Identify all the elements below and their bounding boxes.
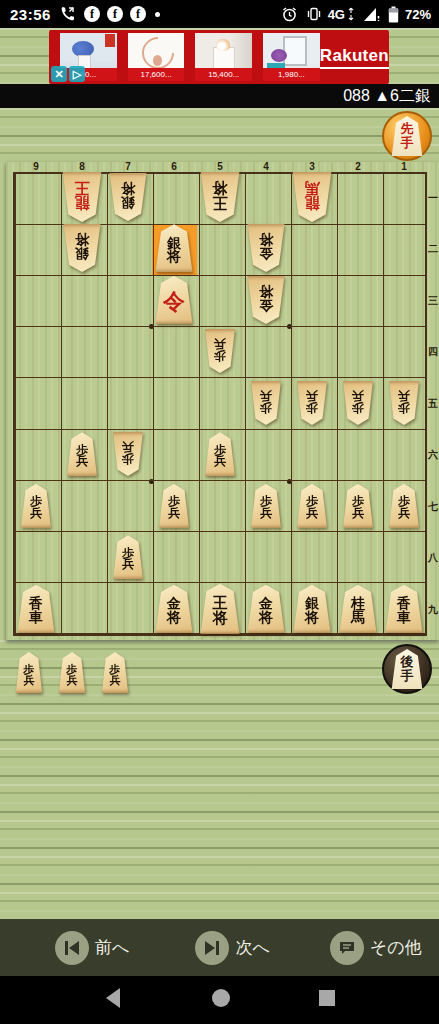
sente-king[interactable]: 王将	[198, 584, 242, 634]
comment-icon	[330, 931, 364, 965]
sente-silver[interactable]: 銀将	[291, 585, 333, 633]
shogi-board[interactable]: 987654321 一二三四五六七八九 龍王銀将王将龍馬銀将銀将金将令金将歩兵歩…	[6, 162, 439, 640]
gote-badge-char2: 手	[401, 669, 414, 683]
rank-label-1: 一	[428, 172, 438, 223]
koma-char: 兵	[110, 675, 121, 686]
koma-char: 香	[29, 597, 43, 611]
ad-ribbon	[105, 34, 115, 47]
home-button[interactable]	[210, 987, 232, 1013]
koma-char: 歩	[67, 664, 78, 675]
koma-char: 龍	[305, 195, 320, 210]
prev-move-button[interactable]: 前へ	[55, 931, 129, 965]
koma-char: 兵	[260, 508, 272, 520]
koma-char: 王	[213, 596, 228, 611]
sente-badge-char1: 先	[401, 122, 414, 136]
file-label-2: 2	[335, 161, 381, 172]
ad-cat	[216, 39, 230, 51]
rank-label-7: 七	[428, 481, 438, 532]
koma-char: 金	[259, 597, 273, 611]
rank-label-6: 六	[428, 430, 438, 481]
koma-char: 将	[259, 284, 273, 298]
sente-promoted-knight-promoted[interactable]: 令	[153, 276, 195, 324]
gote-badge-koma: 後 手	[390, 649, 424, 689]
gote-pawn[interactable]: 歩兵	[341, 381, 375, 425]
sente-gold[interactable]: 金将	[153, 585, 195, 633]
koma-char: 将	[213, 180, 228, 195]
ad-price: 1,980...	[263, 68, 320, 81]
file-label-1: 1	[381, 161, 427, 172]
koma-char: 兵	[122, 559, 134, 571]
network-arrows-icon	[347, 7, 355, 21]
file-label-7: 7	[105, 161, 151, 172]
gote-dragon-promoted[interactable]: 龍王	[60, 172, 104, 222]
rank-label-8: 八	[428, 533, 438, 584]
sente-pawn[interactable]: 歩兵	[295, 484, 329, 528]
koma-char: 龍	[75, 195, 90, 210]
move-indicator-bar: 088 ▲6二銀	[0, 84, 439, 108]
ad-close-button[interactable]: ✕	[51, 66, 67, 82]
sente-pawn[interactable]: 歩兵	[157, 484, 191, 528]
gote-horse-promoted[interactable]: 龍馬	[290, 172, 334, 222]
gote-badge-char1: 後	[401, 655, 414, 669]
koma-char: 金	[259, 246, 273, 260]
koma-char: 王	[213, 195, 228, 210]
file-label-6: 6	[151, 161, 197, 172]
koma-char: 将	[75, 233, 89, 247]
gote-silver[interactable]: 銀将	[61, 224, 103, 272]
clock-text: 23:56	[10, 6, 51, 23]
prev-move-label: 前へ	[95, 936, 129, 959]
koma-char: 将	[259, 233, 273, 247]
gote-pawn[interactable]: 歩兵	[387, 381, 421, 425]
koma-char: 令	[163, 291, 185, 313]
ad-window	[283, 36, 307, 66]
koma-char: 将	[167, 611, 181, 625]
koma-char: 銀	[121, 195, 135, 209]
sente-badge-koma: 先 手	[390, 116, 424, 156]
vibrate-icon	[306, 6, 322, 22]
sente-badge-char2: 手	[401, 136, 414, 150]
koma-char: 馬	[351, 611, 365, 625]
file-label-9: 9	[13, 161, 59, 172]
sente-lance[interactable]: 香車	[383, 585, 425, 633]
ad-banner[interactable]: 90... 17,600... 15,400... 1,980... Rakut…	[49, 30, 389, 84]
signal-icon	[363, 7, 380, 22]
koma-char: 兵	[352, 389, 364, 401]
other-menu-label: その他	[370, 936, 422, 959]
back-button[interactable]	[102, 986, 126, 1014]
koma-char: 将	[121, 181, 135, 195]
sente-pawn[interactable]: 歩兵	[65, 432, 99, 476]
koma-char: 銀	[75, 246, 89, 260]
android-status-bar: 23:56 f f f 4G 72%	[0, 0, 439, 28]
koma-char: 王	[75, 180, 90, 195]
gote-king[interactable]: 王将	[198, 172, 242, 222]
koma-char: 兵	[352, 508, 364, 520]
koma-char: 将	[305, 611, 319, 625]
sente-pawn[interactable]: 歩兵	[57, 652, 87, 693]
koma-char: 歩	[24, 664, 35, 675]
gote-pawn[interactable]: 歩兵	[295, 381, 329, 425]
ad-product-tile[interactable]: 15,400...	[195, 33, 252, 81]
tatami-mid	[0, 108, 439, 162]
sente-badge: 先 手	[382, 111, 432, 161]
koma-char: 兵	[260, 389, 272, 401]
ad-pendant	[153, 55, 162, 66]
koma-char: 兵	[214, 456, 226, 468]
sente-pawn[interactable]: 歩兵	[203, 432, 237, 476]
koma-char: 兵	[398, 508, 410, 520]
facebook-icon: f	[107, 6, 123, 22]
battery-percent-text: 72%	[405, 7, 431, 22]
koma-char: 兵	[398, 389, 410, 401]
next-move-label: 次へ	[235, 936, 269, 959]
ad-price: 15,400...	[195, 68, 252, 81]
file-label-3: 3	[289, 161, 335, 172]
gote-pawn[interactable]: 歩兵	[111, 432, 145, 476]
gote-badge: 後 手	[382, 644, 432, 694]
koma-char: 兵	[24, 675, 35, 686]
other-menu-button[interactable]: その他	[330, 931, 422, 965]
rank-label-4: 四	[428, 327, 438, 378]
ad-product-tile[interactable]: 1,980...	[263, 33, 320, 81]
koma-char: 歩	[122, 452, 134, 464]
sente-pawn[interactable]: 歩兵	[111, 535, 145, 579]
android-nav-bar	[0, 976, 439, 1024]
phone-screen: 23:56 f f f 4G 72%	[0, 0, 439, 1024]
file-label-8: 8	[59, 161, 105, 172]
ad-product-tile[interactable]: 17,600...	[128, 33, 185, 81]
sente-pawn[interactable]: 歩兵	[19, 484, 53, 528]
next-move-button[interactable]: 次へ	[195, 931, 269, 965]
gote-gold[interactable]: 金将	[245, 224, 287, 272]
gote-gold[interactable]: 金将	[245, 276, 287, 324]
facebook-icon: f	[130, 6, 146, 22]
gote-pawn[interactable]: 歩兵	[249, 381, 283, 425]
gote-hand-tray[interactable]: 歩兵歩兵歩兵	[10, 650, 210, 696]
koma-char: 金	[167, 597, 181, 611]
ad-play-button[interactable]: ▷	[69, 66, 85, 82]
koma-char: 桂	[351, 597, 365, 611]
koma-char: 香	[397, 597, 411, 611]
network-type-text: 4G	[328, 7, 345, 22]
koma-char: 歩	[214, 349, 226, 361]
rank-label-3: 三	[428, 275, 438, 326]
koma-char: 将	[213, 611, 228, 626]
koma-char: 歩	[110, 664, 121, 675]
gote-pawn[interactable]: 歩兵	[203, 329, 237, 373]
sente-pawn[interactable]: 歩兵	[387, 484, 421, 528]
koma-char: 兵	[168, 508, 180, 520]
koma-char: 兵	[76, 456, 88, 468]
koma-char: 将	[167, 250, 181, 264]
sente-pawn[interactable]: 歩兵	[249, 484, 283, 528]
rakuten-logo[interactable]: Rakuten	[320, 46, 389, 69]
sente-lance[interactable]: 香車	[15, 585, 57, 633]
file-label-4: 4	[243, 161, 289, 172]
koma-char: 銀	[305, 597, 319, 611]
recents-button[interactable]	[317, 988, 337, 1012]
app-nav-bar: 前へ 次へ その他	[0, 919, 439, 976]
ad-flowers2	[271, 49, 287, 62]
koma-char: 兵	[122, 441, 134, 453]
koma-char: 兵	[30, 508, 42, 520]
koma-char: 馬	[305, 180, 320, 195]
battery-icon	[388, 6, 399, 23]
sente-silver[interactable]: 銀将	[153, 224, 195, 272]
skip-next-icon	[195, 931, 229, 965]
facebook-icon: f	[84, 6, 100, 22]
sente-knight[interactable]: 桂馬	[337, 585, 379, 633]
koma-char: 将	[259, 611, 273, 625]
sente-pawn[interactable]: 歩兵	[341, 484, 375, 528]
koma-char: 銀	[167, 237, 181, 251]
koma-char: 兵	[306, 508, 318, 520]
sente-pawn[interactable]: 歩兵	[14, 652, 44, 693]
koma-char: 兵	[67, 675, 78, 686]
gote-silver[interactable]: 銀将	[107, 173, 149, 221]
koma-char: 兵	[306, 389, 318, 401]
koma-char: 車	[397, 611, 411, 625]
call-forward-icon	[59, 5, 77, 23]
sente-gold[interactable]: 金将	[245, 585, 287, 633]
koma-char: 金	[259, 298, 273, 312]
move-indicator-text: 088 ▲6二銀	[343, 86, 431, 107]
rank-label-9: 九	[428, 584, 438, 635]
alarm-icon	[281, 6, 298, 23]
skip-previous-icon	[55, 931, 89, 965]
file-label-5: 5	[197, 161, 243, 172]
rank-label-2: 二	[428, 224, 438, 275]
rank-label-5: 五	[428, 378, 438, 429]
koma-char: 車	[29, 611, 43, 625]
dot-icon	[155, 12, 160, 17]
ad-price: 17,600...	[128, 68, 185, 81]
sente-pawn[interactable]: 歩兵	[100, 652, 130, 693]
koma-char: 兵	[214, 338, 226, 350]
